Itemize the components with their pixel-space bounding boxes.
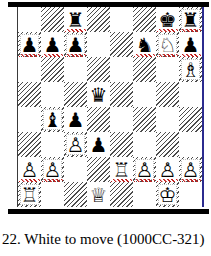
- square-h2: ♙: [179, 157, 202, 182]
- red-squiggle-underline: [42, 54, 63, 57]
- square-a1: ♖: [18, 182, 41, 207]
- square-f7: ♞: [133, 32, 156, 57]
- red-squiggle-underline: [65, 29, 86, 32]
- red-squiggle-underline: [180, 54, 201, 57]
- square-g6: [156, 57, 179, 82]
- square-d2: [87, 157, 110, 182]
- red-squiggle-underline: [19, 179, 40, 182]
- red-squiggle-underline: [65, 54, 86, 57]
- square-h6: ♗: [179, 57, 202, 82]
- square-h5: [179, 82, 202, 107]
- piece-black-queen: ♛: [87, 82, 110, 107]
- square-c1: [64, 182, 87, 207]
- square-d4: [87, 107, 110, 132]
- square-d7: [87, 32, 110, 57]
- square-e3: [110, 132, 133, 157]
- red-squiggle-underline: [180, 29, 201, 32]
- piece-white-rook: ♖: [18, 182, 41, 207]
- square-e7: [110, 32, 133, 57]
- square-g1: ♔: [156, 182, 179, 207]
- square-a8: [18, 7, 41, 32]
- red-squiggle-underline: [157, 54, 178, 57]
- square-f6: [133, 57, 156, 82]
- square-h3: [179, 132, 202, 157]
- square-e4: [110, 107, 133, 132]
- square-h1: [179, 182, 202, 207]
- square-g8: ♚: [156, 7, 179, 32]
- square-c6: [64, 57, 87, 82]
- square-a3: [18, 132, 41, 157]
- square-d8: [87, 7, 110, 32]
- red-squiggle-underline: [134, 179, 155, 182]
- piece-white-bishop: ♗: [179, 57, 202, 82]
- red-squiggle-underline: [42, 179, 63, 182]
- red-squiggle-underline: [111, 179, 132, 182]
- piece-black-pawn: ♟: [87, 132, 110, 157]
- square-b1: [41, 182, 64, 207]
- square-f2: ♙: [133, 157, 156, 182]
- square-a2: ♙: [18, 157, 41, 182]
- square-e2: ♖: [110, 157, 133, 182]
- square-h4: [179, 107, 202, 132]
- square-c4: ♟: [64, 107, 87, 132]
- piece-black-pawn: ♟: [64, 107, 87, 132]
- red-squiggle-underline: [134, 54, 155, 57]
- square-f4: [133, 107, 156, 132]
- square-b7: ♟: [41, 32, 64, 57]
- chess-diagram: ♜♚♜♟♟♟♞♘♟♗♛♝♟♙♟♙♙♖♙♙♙♖♕♔: [8, 2, 209, 214]
- square-g7: ♘: [156, 32, 179, 57]
- red-squiggle-underline: [157, 29, 178, 32]
- red-squiggle-underline: [157, 179, 178, 182]
- piece-white-queen: ♕: [87, 182, 110, 207]
- square-a7: ♟: [18, 32, 41, 57]
- square-e6: [110, 57, 133, 82]
- square-g4: [156, 107, 179, 132]
- chess-board: ♜♚♜♟♟♟♞♘♟♗♛♝♟♙♟♙♙♖♙♙♙♖♕♔: [18, 7, 202, 207]
- square-c3: ♙: [64, 132, 87, 157]
- square-d3: ♟: [87, 132, 110, 157]
- square-d6: [87, 57, 110, 82]
- square-g2: ♙: [156, 157, 179, 182]
- square-g3: [156, 132, 179, 157]
- red-squiggle-underline: [180, 179, 201, 182]
- square-a5: [18, 82, 41, 107]
- square-f5: [133, 82, 156, 107]
- square-b4: ♝: [41, 107, 64, 132]
- square-h7: ♟: [179, 32, 202, 57]
- square-a6: [18, 57, 41, 82]
- square-b2: ♙: [41, 157, 64, 182]
- square-e8: [110, 7, 133, 32]
- diagram-caption: 22. White to move (1000CC-321): [2, 231, 205, 248]
- square-e1: [110, 182, 133, 207]
- square-b5: [41, 82, 64, 107]
- square-b6: [41, 57, 64, 82]
- square-f8: [133, 7, 156, 32]
- square-c5: [64, 82, 87, 107]
- red-squiggle-underline: [19, 54, 40, 57]
- square-d5: ♛: [87, 82, 110, 107]
- piece-white-pawn: ♙: [64, 132, 87, 157]
- board-bottom-border: [8, 209, 209, 214]
- square-c8: ♜: [64, 7, 87, 32]
- square-a4: [18, 107, 41, 132]
- piece-white-king: ♔: [156, 182, 179, 207]
- square-b8: [41, 7, 64, 32]
- square-g5: [156, 82, 179, 107]
- piece-black-bishop: ♝: [41, 107, 64, 132]
- square-b3: [41, 132, 64, 157]
- square-h8: ♜: [179, 7, 202, 32]
- square-c7: ♟: [64, 32, 87, 57]
- square-c2: [64, 157, 87, 182]
- square-f1: [133, 182, 156, 207]
- square-d1: ♕: [87, 182, 110, 207]
- square-e5: [110, 82, 133, 107]
- board-frame: ♜♚♜♟♟♟♞♘♟♗♛♝♟♙♟♙♙♖♙♙♙♖♕♔: [17, 7, 204, 207]
- square-f3: [133, 132, 156, 157]
